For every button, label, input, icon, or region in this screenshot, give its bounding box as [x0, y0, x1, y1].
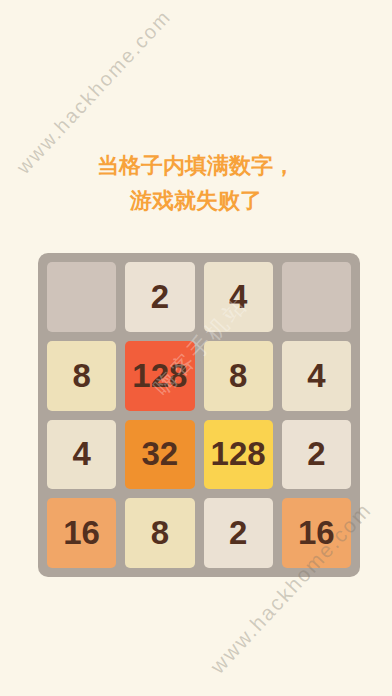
tutorial-message-line2: 游戏就失败了	[0, 183, 392, 218]
tile-4: 4	[204, 262, 273, 332]
tile-128: 128	[125, 341, 194, 411]
board[interactable]: 248128844321282168216	[38, 253, 360, 577]
empty-cell	[282, 262, 351, 332]
tile-4: 4	[282, 341, 351, 411]
tile-2: 2	[282, 420, 351, 490]
tile-8: 8	[125, 498, 194, 568]
empty-cell	[47, 262, 116, 332]
tile-2: 2	[125, 262, 194, 332]
game-screen: www.hackhome.com 当格子内填满数字， 游戏就失败了 248128…	[0, 0, 392, 696]
tile-8: 8	[204, 341, 273, 411]
tile-16: 16	[47, 498, 116, 568]
tile-128: 128	[204, 420, 273, 490]
tile-8: 8	[47, 341, 116, 411]
tile-4: 4	[47, 420, 116, 490]
tutorial-message: 当格子内填满数字， 游戏就失败了	[0, 148, 392, 218]
tile-16: 16	[282, 498, 351, 568]
tile-32: 32	[125, 420, 194, 490]
tile-2: 2	[204, 498, 273, 568]
tutorial-message-line1: 当格子内填满数字，	[0, 148, 392, 183]
